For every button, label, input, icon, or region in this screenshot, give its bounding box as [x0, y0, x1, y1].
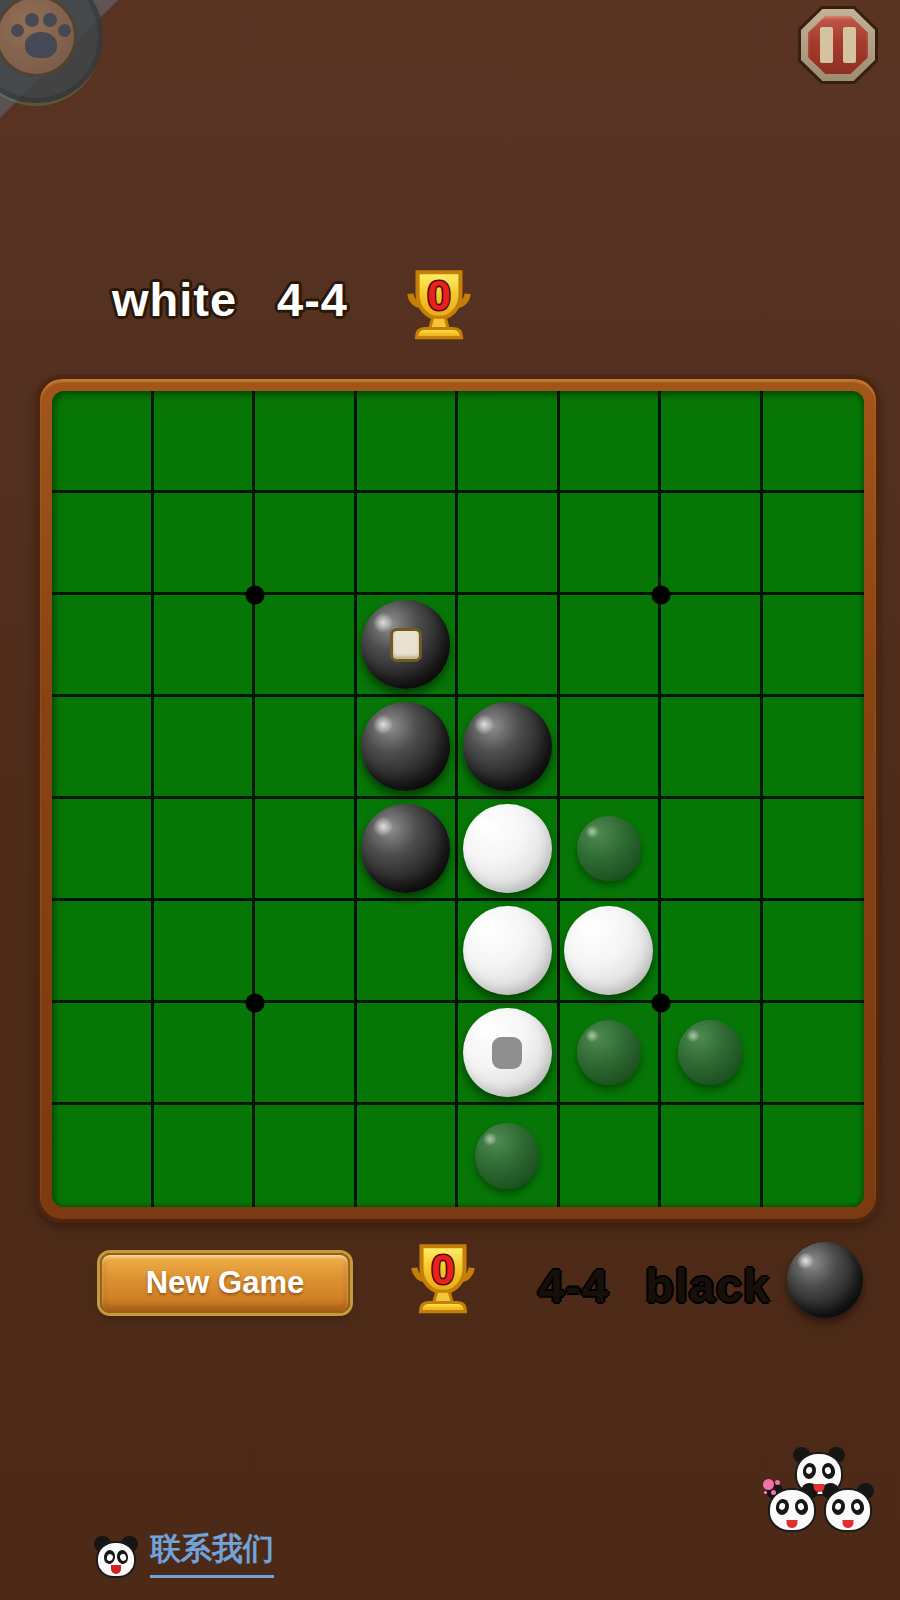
board-cell-b3[interactable] [154, 595, 256, 697]
legal-move-hint[interactable] [678, 1020, 742, 1084]
white-disc [564, 906, 653, 995]
board-cell-h1[interactable] [763, 391, 865, 493]
board-cell-e1[interactable] [458, 391, 560, 493]
panda-left [768, 1488, 816, 1532]
board-cell-c3[interactable] [255, 595, 357, 697]
board-cell-h3[interactable] [763, 595, 865, 697]
legal-move-hint[interactable] [577, 1020, 641, 1084]
board-cell-b5[interactable] [154, 799, 256, 901]
board-cell-e4[interactable] [458, 697, 560, 799]
contact-link[interactable]: 联系我们 [96, 1528, 274, 1578]
board-cell-d6[interactable] [357, 901, 459, 1003]
black-trophy-count: 0 [431, 1245, 455, 1293]
board-cell-b2[interactable] [154, 493, 256, 595]
board-cell-d4[interactable] [357, 697, 459, 799]
board-cell-e2[interactable] [458, 493, 560, 595]
board-cell-c4[interactable] [255, 697, 357, 799]
black-disc [361, 702, 450, 791]
board-cell-e5[interactable] [458, 799, 560, 901]
board-cell-d3[interactable] [357, 595, 459, 697]
board-cell-g3[interactable] [661, 595, 763, 697]
board-cell-b4[interactable] [154, 697, 256, 799]
board-cell-h2[interactable] [763, 493, 865, 595]
board-cell-h4[interactable] [763, 697, 865, 799]
board-cell-f6[interactable] [560, 901, 662, 1003]
board-cell-a6[interactable] [52, 901, 154, 1003]
new-game-button[interactable]: New Game [100, 1253, 350, 1313]
white-score: 4-4 [277, 272, 348, 327]
white-disc-last-move [463, 1008, 552, 1097]
board-cell-f5[interactable] [560, 799, 662, 901]
board-cell-c8[interactable] [255, 1105, 357, 1207]
star-point [246, 586, 265, 605]
paw-print-icon [9, 10, 73, 66]
board-cell-a3[interactable] [52, 595, 154, 697]
black-turn-disc [787, 1242, 863, 1318]
white-disc [463, 906, 552, 995]
board-cell-f3[interactable] [560, 595, 662, 697]
board-cell-g8[interactable] [661, 1105, 763, 1207]
board-cell-d1[interactable] [357, 391, 459, 493]
panda-mascots [766, 1452, 882, 1556]
black-score: 4-4 [538, 1258, 609, 1313]
board-cell-g5[interactable] [661, 799, 763, 901]
black-disc [463, 702, 552, 791]
star-point [652, 994, 671, 1013]
board-cell-g2[interactable] [661, 493, 763, 595]
white-trophy-icon: 0 [393, 262, 485, 354]
board-grid [52, 391, 864, 1207]
board-cell-g6[interactable] [661, 901, 763, 1003]
star-point [652, 586, 671, 605]
board-cell-c2[interactable] [255, 493, 357, 595]
flower-icon [763, 1479, 774, 1490]
board-cell-g4[interactable] [661, 697, 763, 799]
last-move-marker [390, 628, 422, 662]
board-cell-c5[interactable] [255, 799, 357, 901]
board-cell-f8[interactable] [560, 1105, 662, 1207]
board-cell-e6[interactable] [458, 901, 560, 1003]
board-cell-d5[interactable] [357, 799, 459, 901]
board-cell-f7[interactable] [560, 1003, 662, 1105]
board-cell-b7[interactable] [154, 1003, 256, 1105]
board-cell-g1[interactable] [661, 391, 763, 493]
board-cell-b1[interactable] [154, 391, 256, 493]
board-cell-e8[interactable] [458, 1105, 560, 1207]
board-cell-a5[interactable] [52, 799, 154, 901]
board-cell-c6[interactable] [255, 901, 357, 1003]
board-cell-h6[interactable] [763, 901, 865, 1003]
board-cell-f1[interactable] [560, 391, 662, 493]
black-trophy-icon: 0 [397, 1236, 489, 1328]
board-cell-f2[interactable] [560, 493, 662, 595]
board-cell-e3[interactable] [458, 595, 560, 697]
white-disc [463, 804, 552, 893]
board-frame [36, 375, 880, 1223]
white-player-label: white [112, 272, 237, 327]
contact-link-text: 联系我们 [150, 1528, 274, 1578]
board-cell-d8[interactable] [357, 1105, 459, 1207]
pause-icon [798, 6, 878, 84]
board-cell-a7[interactable] [52, 1003, 154, 1105]
last-move-marker [492, 1037, 522, 1069]
black-disc-last-move [361, 600, 450, 689]
white-trophy-count: 0 [427, 271, 451, 319]
pause-button[interactable] [798, 6, 878, 84]
board-cell-d7[interactable] [357, 1003, 459, 1105]
paw-icon [0, 0, 77, 77]
board-cell-h7[interactable] [763, 1003, 865, 1105]
board-cell-h8[interactable] [763, 1105, 865, 1207]
board-cell-a2[interactable] [52, 493, 154, 595]
board-cell-h5[interactable] [763, 799, 865, 901]
board-cell-c7[interactable] [255, 1003, 357, 1105]
star-point [246, 994, 265, 1013]
game-screen: white 4-4 0 New Game 0 4-4 black [0, 0, 900, 1600]
board-cell-e7[interactable] [458, 1003, 560, 1105]
black-player-label: black [645, 1258, 770, 1313]
legal-move-hint[interactable] [577, 816, 641, 880]
board-cell-c1[interactable] [255, 391, 357, 493]
board-cell-a8[interactable] [52, 1105, 154, 1207]
board-cell-a1[interactable] [52, 391, 154, 493]
board-cell-g7[interactable] [661, 1003, 763, 1105]
board-cell-f4[interactable] [560, 697, 662, 799]
panda-right [824, 1488, 872, 1532]
black-disc [361, 804, 450, 893]
board-cell-b8[interactable] [154, 1105, 256, 1207]
board-cell-b6[interactable] [154, 901, 256, 1003]
panda-face-icon [96, 1541, 136, 1578]
board-cell-a4[interactable] [52, 697, 154, 799]
legal-move-hint[interactable] [475, 1123, 539, 1189]
board-cell-d2[interactable] [357, 493, 459, 595]
